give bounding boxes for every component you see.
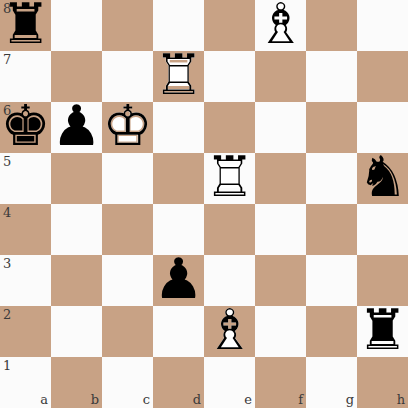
black-piece-glyph: ♞ xyxy=(357,148,407,204)
square-e4[interactable] xyxy=(204,204,255,255)
white-piece-outline: ♗ xyxy=(204,301,254,357)
square-b8[interactable] xyxy=(51,0,102,51)
white-king-icon: ♚♔ xyxy=(102,102,153,153)
square-c1[interactable] xyxy=(102,357,153,408)
white-piece-fill: ♚ xyxy=(102,97,152,153)
square-h7[interactable] xyxy=(357,51,408,102)
square-g4[interactable] xyxy=(306,204,357,255)
square-d6[interactable] xyxy=(153,102,204,153)
square-c8[interactable] xyxy=(102,0,153,51)
black-piece-glyph: ♟ xyxy=(51,97,101,153)
square-a7[interactable] xyxy=(0,51,51,102)
square-d4[interactable] xyxy=(153,204,204,255)
square-b4[interactable] xyxy=(51,204,102,255)
white-piece-outline: ♖ xyxy=(153,46,203,102)
square-f8[interactable]: ♝♗ xyxy=(255,0,306,51)
square-d8[interactable] xyxy=(153,0,204,51)
square-c2[interactable] xyxy=(102,306,153,357)
white-piece-fill: ♝ xyxy=(204,301,254,357)
square-f5[interactable] xyxy=(255,153,306,204)
square-b3[interactable] xyxy=(51,255,102,306)
square-b7[interactable] xyxy=(51,51,102,102)
white-piece-fill: ♜ xyxy=(204,148,254,204)
square-f4[interactable] xyxy=(255,204,306,255)
white-rook-icon: ♜♖ xyxy=(153,51,204,102)
black-piece-glyph: ♜ xyxy=(357,301,407,357)
white-piece-outline: ♗ xyxy=(255,0,305,51)
square-h4[interactable] xyxy=(357,204,408,255)
square-e1[interactable] xyxy=(204,357,255,408)
square-a4[interactable] xyxy=(0,204,51,255)
black-pawn-icon: ♟ xyxy=(51,102,102,153)
square-h3[interactable] xyxy=(357,255,408,306)
black-piece-glyph: ♜ xyxy=(0,0,50,51)
square-f3[interactable] xyxy=(255,255,306,306)
black-rook-icon: ♜ xyxy=(357,306,408,357)
square-f1[interactable] xyxy=(255,357,306,408)
square-d3[interactable]: ♟ xyxy=(153,255,204,306)
square-g5[interactable] xyxy=(306,153,357,204)
square-h5[interactable]: ♞ xyxy=(357,153,408,204)
square-a2[interactable] xyxy=(0,306,51,357)
square-h8[interactable] xyxy=(357,0,408,51)
white-rook-icon: ♜♖ xyxy=(204,153,255,204)
black-king-icon: ♚ xyxy=(0,102,51,153)
square-b6[interactable]: ♟ xyxy=(51,102,102,153)
square-d5[interactable] xyxy=(153,153,204,204)
square-d2[interactable] xyxy=(153,306,204,357)
square-c6[interactable]: ♚♔ xyxy=(102,102,153,153)
square-c4[interactable] xyxy=(102,204,153,255)
chess-board: ♜♝♗♜♖♚♟♚♔♜♖♞♟♝♗♜87654321abcdefgh xyxy=(0,0,408,408)
square-c7[interactable] xyxy=(102,51,153,102)
square-b5[interactable] xyxy=(51,153,102,204)
square-e8[interactable] xyxy=(204,0,255,51)
square-a6[interactable]: ♚ xyxy=(0,102,51,153)
square-a3[interactable] xyxy=(0,255,51,306)
square-b1[interactable] xyxy=(51,357,102,408)
white-piece-fill: ♝ xyxy=(255,0,305,51)
square-e6[interactable] xyxy=(204,102,255,153)
white-bishop-icon: ♝♗ xyxy=(255,0,306,51)
square-a5[interactable] xyxy=(0,153,51,204)
square-g2[interactable] xyxy=(306,306,357,357)
square-h1[interactable] xyxy=(357,357,408,408)
white-piece-fill: ♜ xyxy=(153,46,203,102)
square-e3[interactable] xyxy=(204,255,255,306)
square-g7[interactable] xyxy=(306,51,357,102)
square-a1[interactable] xyxy=(0,357,51,408)
square-c3[interactable] xyxy=(102,255,153,306)
square-g1[interactable] xyxy=(306,357,357,408)
square-h2[interactable]: ♜ xyxy=(357,306,408,357)
square-g8[interactable] xyxy=(306,0,357,51)
white-bishop-icon: ♝♗ xyxy=(204,306,255,357)
square-e2[interactable]: ♝♗ xyxy=(204,306,255,357)
square-d7[interactable]: ♜♖ xyxy=(153,51,204,102)
square-a8[interactable]: ♜ xyxy=(0,0,51,51)
square-f7[interactable] xyxy=(255,51,306,102)
square-d1[interactable] xyxy=(153,357,204,408)
square-f6[interactable] xyxy=(255,102,306,153)
black-pawn-icon: ♟ xyxy=(153,255,204,306)
white-piece-outline: ♖ xyxy=(204,148,254,204)
square-g3[interactable] xyxy=(306,255,357,306)
square-e5[interactable]: ♜♖ xyxy=(204,153,255,204)
square-b2[interactable] xyxy=(51,306,102,357)
black-rook-icon: ♜ xyxy=(0,0,51,51)
square-c5[interactable] xyxy=(102,153,153,204)
square-g6[interactable] xyxy=(306,102,357,153)
black-piece-glyph: ♚ xyxy=(0,97,50,153)
square-f2[interactable] xyxy=(255,306,306,357)
black-piece-glyph: ♟ xyxy=(153,250,203,306)
black-knight-icon: ♞ xyxy=(357,153,408,204)
square-h6[interactable] xyxy=(357,102,408,153)
white-piece-outline: ♔ xyxy=(102,97,152,153)
square-e7[interactable] xyxy=(204,51,255,102)
